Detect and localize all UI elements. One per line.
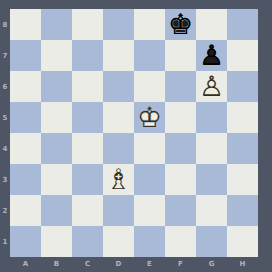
- square-e1[interactable]: [134, 226, 165, 257]
- square-a8[interactable]: [10, 9, 41, 40]
- black-king[interactable]: ♚♔: [165, 9, 196, 40]
- square-h1[interactable]: [227, 226, 258, 257]
- square-f7[interactable]: [165, 40, 196, 71]
- square-e6[interactable]: [134, 71, 165, 102]
- square-c8[interactable]: [72, 9, 103, 40]
- square-f4[interactable]: [165, 133, 196, 164]
- chess-diagram: 87654321 ♚♔♟♙♟♙♚♔♝♗ ABCDEFGH: [0, 0, 272, 272]
- file-label-c: C: [72, 257, 103, 272]
- rank-label-4: 4: [0, 133, 10, 164]
- square-e3[interactable]: [134, 164, 165, 195]
- white-king-outline: ♔: [134, 102, 165, 133]
- square-c4[interactable]: [72, 133, 103, 164]
- square-g2[interactable]: [196, 195, 227, 226]
- square-e4[interactable]: [134, 133, 165, 164]
- square-c2[interactable]: [72, 195, 103, 226]
- square-e5[interactable]: ♚♔: [134, 102, 165, 133]
- rank-label-1: 1: [0, 226, 10, 257]
- white-bishop-outline: ♗: [103, 164, 134, 195]
- square-d5[interactable]: [103, 102, 134, 133]
- square-b1[interactable]: [41, 226, 72, 257]
- square-h7[interactable]: [227, 40, 258, 71]
- square-h4[interactable]: [227, 133, 258, 164]
- square-c5[interactable]: [72, 102, 103, 133]
- white-pawn[interactable]: ♟♙: [196, 71, 227, 102]
- square-a5[interactable]: [10, 102, 41, 133]
- square-h8[interactable]: [227, 9, 258, 40]
- square-f3[interactable]: [165, 164, 196, 195]
- file-label-a: A: [10, 257, 41, 272]
- square-d1[interactable]: [103, 226, 134, 257]
- square-d8[interactable]: [103, 9, 134, 40]
- square-g5[interactable]: [196, 102, 227, 133]
- chess-board: ♚♔♟♙♟♙♚♔♝♗: [10, 9, 258, 257]
- square-d4[interactable]: [103, 133, 134, 164]
- file-label-f: F: [165, 257, 196, 272]
- rank-label-5: 5: [0, 102, 10, 133]
- square-g4[interactable]: [196, 133, 227, 164]
- square-b8[interactable]: [41, 9, 72, 40]
- rank-label-6: 6: [0, 71, 10, 102]
- square-g7[interactable]: ♟♙: [196, 40, 227, 71]
- square-e7[interactable]: [134, 40, 165, 71]
- rank-label-8: 8: [0, 9, 10, 40]
- square-a3[interactable]: [10, 164, 41, 195]
- square-b2[interactable]: [41, 195, 72, 226]
- square-f1[interactable]: [165, 226, 196, 257]
- file-labels: ABCDEFGH: [10, 257, 258, 272]
- square-g8[interactable]: [196, 9, 227, 40]
- square-a7[interactable]: [10, 40, 41, 71]
- square-g6[interactable]: ♟♙: [196, 71, 227, 102]
- file-label-d: D: [103, 257, 134, 272]
- square-b3[interactable]: [41, 164, 72, 195]
- square-a2[interactable]: [10, 195, 41, 226]
- file-label-g: G: [196, 257, 227, 272]
- square-c6[interactable]: [72, 71, 103, 102]
- rank-labels: 87654321: [0, 9, 10, 257]
- square-c3[interactable]: [72, 164, 103, 195]
- rank-label-3: 3: [0, 164, 10, 195]
- square-f6[interactable]: [165, 71, 196, 102]
- square-d6[interactable]: [103, 71, 134, 102]
- file-label-b: B: [41, 257, 72, 272]
- rank-label-2: 2: [0, 195, 10, 226]
- square-c7[interactable]: [72, 40, 103, 71]
- rank-label-7: 7: [0, 40, 10, 71]
- square-e8[interactable]: [134, 9, 165, 40]
- file-label-e: E: [134, 257, 165, 272]
- black-pawn[interactable]: ♟♙: [196, 40, 227, 71]
- black-king-outline: ♔: [165, 9, 196, 40]
- white-king[interactable]: ♚♔: [134, 102, 165, 133]
- square-d3[interactable]: ♝♗: [103, 164, 134, 195]
- square-e2[interactable]: [134, 195, 165, 226]
- square-g3[interactable]: [196, 164, 227, 195]
- square-a4[interactable]: [10, 133, 41, 164]
- square-b6[interactable]: [41, 71, 72, 102]
- square-a6[interactable]: [10, 71, 41, 102]
- file-label-h: H: [227, 257, 258, 272]
- square-f8[interactable]: ♚♔: [165, 9, 196, 40]
- square-d2[interactable]: [103, 195, 134, 226]
- square-d7[interactable]: [103, 40, 134, 71]
- square-c1[interactable]: [72, 226, 103, 257]
- white-bishop[interactable]: ♝♗: [103, 164, 134, 195]
- square-b5[interactable]: [41, 102, 72, 133]
- square-a1[interactable]: [10, 226, 41, 257]
- square-b4[interactable]: [41, 133, 72, 164]
- square-h6[interactable]: [227, 71, 258, 102]
- square-h5[interactable]: [227, 102, 258, 133]
- square-h2[interactable]: [227, 195, 258, 226]
- square-b7[interactable]: [41, 40, 72, 71]
- square-h3[interactable]: [227, 164, 258, 195]
- square-f5[interactable]: [165, 102, 196, 133]
- white-pawn-outline: ♙: [196, 71, 227, 102]
- square-g1[interactable]: [196, 226, 227, 257]
- black-pawn-outline: ♙: [196, 40, 227, 71]
- square-f2[interactable]: [165, 195, 196, 226]
